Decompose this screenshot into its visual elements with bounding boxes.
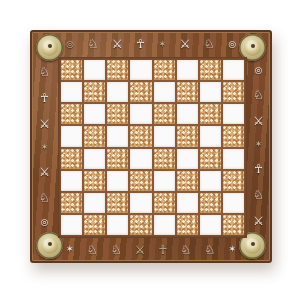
rosette-figure-icon: ✶ bbox=[158, 40, 166, 49]
board-square-b2[interactable] bbox=[84, 193, 105, 213]
board-square-e7[interactable] bbox=[154, 82, 175, 102]
board-square-a5[interactable] bbox=[61, 126, 82, 146]
board-square-g7[interactable] bbox=[200, 82, 221, 102]
board-square-e4[interactable] bbox=[154, 149, 175, 169]
board-square-d1[interactable] bbox=[130, 215, 151, 235]
board-square-c7[interactable] bbox=[107, 82, 128, 102]
board-square-b6[interactable] bbox=[84, 104, 105, 124]
chariot-horse-figure-icon: ♘ bbox=[205, 244, 216, 256]
board-square-e2[interactable] bbox=[154, 193, 175, 213]
board-square-a7[interactable] bbox=[61, 82, 82, 102]
board-square-h6[interactable] bbox=[223, 104, 244, 124]
board-square-a6[interactable] bbox=[61, 104, 82, 124]
horse-figure-icon: ♘ bbox=[87, 38, 98, 50]
board-square-f3[interactable] bbox=[177, 171, 198, 191]
chariot-horse-figure-icon: ♘ bbox=[181, 244, 192, 256]
board-square-e6[interactable] bbox=[154, 104, 175, 124]
board-square-d5[interactable] bbox=[130, 126, 151, 146]
board-square-f8[interactable] bbox=[177, 60, 198, 80]
standing-figure-icon: ☥ bbox=[136, 38, 145, 50]
board-square-d4[interactable] bbox=[130, 149, 151, 169]
chess-board-frame: ◎♘⚔☥✶⚔♘◎ ✶♘♘⚔☥♘♘✶ ♘☥⚔✶⚔♘◎ ◎♘⚔✶☥♘⚔ bbox=[30, 30, 272, 263]
horse-figure-icon: ♘ bbox=[39, 66, 50, 78]
warrior-duel-figure-icon: ⚔ bbox=[253, 215, 264, 227]
board-square-f7[interactable] bbox=[177, 82, 198, 102]
board-square-d8[interactable] bbox=[130, 60, 151, 80]
horse-figure-icon: ♘ bbox=[253, 89, 264, 101]
rosette-figure-icon: ✶ bbox=[66, 245, 74, 254]
shield-ring-figure-icon: ◎ bbox=[228, 40, 236, 49]
board-square-f5[interactable] bbox=[177, 126, 198, 146]
board-square-e3[interactable] bbox=[154, 171, 175, 191]
board-square-d2[interactable] bbox=[130, 193, 151, 213]
board-square-c5[interactable] bbox=[107, 126, 128, 146]
board-square-f2[interactable] bbox=[177, 193, 198, 213]
board-square-d7[interactable] bbox=[130, 82, 151, 102]
standing-figure-icon: ☥ bbox=[254, 163, 263, 175]
chariot-horse-figure-icon: ♘ bbox=[87, 244, 98, 256]
rosette-figure-icon: ✶ bbox=[228, 245, 236, 254]
board-square-b3[interactable] bbox=[84, 171, 105, 191]
board-square-e5[interactable] bbox=[154, 126, 175, 146]
board-square-b5[interactable] bbox=[84, 126, 105, 146]
standing-figure-icon: ☥ bbox=[40, 92, 49, 104]
board-square-d6[interactable] bbox=[130, 104, 151, 124]
shield-ring-figure-icon: ◎ bbox=[41, 218, 49, 227]
board-square-h7[interactable] bbox=[223, 82, 244, 102]
board-square-g2[interactable] bbox=[200, 193, 221, 213]
board-square-h5[interactable] bbox=[223, 126, 244, 146]
board-square-e8[interactable] bbox=[154, 60, 175, 80]
board-square-g5[interactable] bbox=[200, 126, 221, 146]
board-square-c8[interactable] bbox=[107, 60, 128, 80]
warrior-duel-figure-icon: ⚔ bbox=[39, 118, 50, 130]
rosette-figure-icon: ✶ bbox=[41, 143, 49, 152]
board-square-d3[interactable] bbox=[130, 171, 151, 191]
board-square-h1[interactable] bbox=[223, 215, 244, 235]
board-square-f1[interactable] bbox=[177, 215, 198, 235]
board-square-a4[interactable] bbox=[61, 149, 82, 169]
board-square-e1[interactable] bbox=[154, 215, 175, 235]
board-square-g6[interactable] bbox=[200, 104, 221, 124]
board-square-c4[interactable] bbox=[107, 149, 128, 169]
standing-figure-icon: ☥ bbox=[158, 244, 167, 256]
board-square-h4[interactable] bbox=[223, 149, 244, 169]
board-square-h8[interactable] bbox=[223, 60, 244, 80]
board-square-b1[interactable] bbox=[84, 215, 105, 235]
warrior-duel-figure-icon: ⚔ bbox=[112, 38, 123, 50]
board-square-g4[interactable] bbox=[200, 149, 221, 169]
board-square-c2[interactable] bbox=[107, 193, 128, 213]
chariot-horse-figure-icon: ♘ bbox=[111, 244, 122, 256]
board-square-c3[interactable] bbox=[107, 171, 128, 191]
rosette-figure-icon: ✶ bbox=[255, 140, 263, 149]
warrior-duel-figure-icon: ⚔ bbox=[180, 38, 191, 50]
board-square-f6[interactable] bbox=[177, 104, 198, 124]
board-square-b4[interactable] bbox=[84, 149, 105, 169]
chess-board[interactable] bbox=[58, 57, 247, 238]
board-square-c6[interactable] bbox=[107, 104, 128, 124]
board-square-h2[interactable] bbox=[223, 193, 244, 213]
carved-frieze-bottom: ✶♘♘⚔☥♘♘✶ bbox=[66, 238, 236, 261]
horse-figure-icon: ♘ bbox=[204, 38, 215, 50]
board-square-h3[interactable] bbox=[223, 171, 244, 191]
warrior-duel-figure-icon: ⚔ bbox=[253, 115, 264, 127]
warrior-duel-figure-icon: ⚔ bbox=[39, 166, 50, 178]
carved-frieze-top: ◎♘⚔☥✶⚔♘◎ bbox=[66, 32, 236, 56]
board-square-a3[interactable] bbox=[61, 171, 82, 191]
carved-frieze-left: ♘☥⚔✶⚔♘◎ bbox=[32, 66, 57, 227]
board-square-g3[interactable] bbox=[200, 171, 221, 191]
horse-figure-icon: ♘ bbox=[39, 192, 50, 204]
carved-frieze-right: ◎♘⚔✶☥♘⚔ bbox=[247, 66, 270, 227]
board-square-a8[interactable] bbox=[61, 60, 82, 80]
board-square-b7[interactable] bbox=[84, 82, 105, 102]
board-square-a1[interactable] bbox=[61, 215, 82, 235]
board-square-c1[interactable] bbox=[107, 215, 128, 235]
board-square-f4[interactable] bbox=[177, 149, 198, 169]
board-square-b8[interactable] bbox=[84, 60, 105, 80]
battle-scene-figure-icon: ⚔ bbox=[135, 244, 146, 256]
board-square-g8[interactable] bbox=[200, 60, 221, 80]
board-square-g1[interactable] bbox=[200, 215, 221, 235]
wreath-ring-figure-icon: ◎ bbox=[66, 40, 74, 49]
shield-ring-figure-icon: ◎ bbox=[255, 66, 263, 75]
product-photo-background: ◎♘⚔☥✶⚔♘◎ ✶♘♘⚔☥♘♘✶ ♘☥⚔✶⚔♘◎ ◎♘⚔✶☥♘⚔ bbox=[0, 0, 300, 300]
board-square-a2[interactable] bbox=[61, 193, 82, 213]
horse-figure-icon: ♘ bbox=[253, 189, 264, 201]
